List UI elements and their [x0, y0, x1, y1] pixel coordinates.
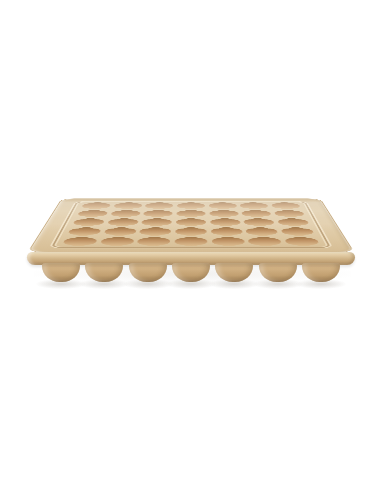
flower-cavity-icon	[243, 218, 276, 227]
flower-cavity-icon	[239, 202, 269, 209]
cavity-cell	[239, 210, 274, 218]
cavity-cell	[243, 227, 281, 237]
flower-cavity-icon	[283, 237, 320, 247]
cavity-cell	[141, 210, 175, 218]
cavity-cell	[137, 227, 174, 237]
cup-row	[39, 263, 343, 283]
cavity-cell	[104, 218, 141, 227]
flower-cavity-icon	[177, 202, 205, 209]
cavity-cell	[111, 202, 145, 210]
flower-cavity-icon	[270, 202, 301, 209]
cavity-cell	[207, 210, 241, 218]
cavity-cell	[139, 218, 174, 227]
cavity-cell	[274, 218, 312, 227]
cavity-cell	[175, 202, 207, 210]
flower-cavity-icon	[81, 202, 112, 209]
cavity-cell	[278, 227, 318, 237]
cavity-cell	[174, 210, 207, 218]
flower-cavity-icon	[208, 202, 237, 209]
cavity-cell	[74, 210, 110, 218]
flower-cavity-icon	[210, 227, 243, 236]
flower-cavity-icon	[67, 227, 102, 236]
cavity-cell	[70, 218, 108, 227]
flower-cavity-icon	[137, 237, 171, 247]
cavity-cell	[143, 202, 176, 210]
flower-cavity-icon	[139, 227, 172, 236]
cavity-cell	[241, 218, 278, 227]
cavity-cell	[245, 236, 285, 246]
flower-cavity-icon	[113, 202, 143, 209]
flower-cavity-icon	[62, 237, 99, 247]
baking-pan-top-3d	[27, 199, 355, 253]
cavity-cell	[281, 236, 323, 246]
cavity-cell	[208, 218, 243, 227]
photo-stage	[0, 0, 381, 492]
flower-cavity-icon	[76, 210, 108, 218]
flower-cavity-icon	[273, 210, 305, 218]
flower-cavity-icon	[175, 227, 207, 236]
cavity-cell	[209, 236, 247, 246]
flower-cavity-icon	[143, 210, 173, 218]
cavity-cell	[237, 202, 271, 210]
flower-cavity-icon	[176, 210, 205, 218]
cavity-cell	[108, 210, 143, 218]
cavity-cell	[271, 210, 307, 218]
pan-top-surface	[27, 199, 355, 253]
flower-cavity-icon	[107, 218, 140, 227]
cavity-cell	[268, 202, 303, 210]
cavity-cell	[79, 202, 114, 210]
flower-cavity-icon	[110, 210, 141, 218]
flower-cavity-icon	[280, 227, 315, 236]
flower-cavity-icon	[103, 227, 137, 236]
flower-cavity-icon	[210, 218, 241, 227]
flower-cavity-icon	[176, 218, 207, 227]
flower-cavity-icon	[145, 202, 174, 209]
flower-cavity-icon	[247, 237, 283, 247]
cavity-cell	[59, 236, 101, 246]
flower-cavity-icon	[245, 227, 279, 236]
flower-cavity-icon	[241, 210, 272, 218]
flower-cavity-icon	[276, 218, 310, 227]
cavity-cell	[208, 227, 245, 237]
cavity-grid	[59, 202, 323, 247]
cavity-cell	[97, 236, 137, 246]
cavity-cell	[206, 202, 239, 210]
flower-cavity-icon	[99, 237, 135, 247]
flower-cavity-icon	[141, 218, 172, 227]
cavity-cell	[135, 236, 173, 246]
cavity-cell	[101, 227, 139, 237]
cavity-cell	[172, 236, 210, 246]
flower-cavity-icon	[72, 218, 106, 227]
flower-cavity-icon	[211, 237, 245, 247]
cavity-cell	[174, 218, 209, 227]
cavity-cell	[173, 227, 209, 237]
cavity-cell	[65, 227, 105, 237]
flower-cavity-icon	[209, 210, 239, 218]
flower-cavity-icon	[174, 237, 207, 247]
